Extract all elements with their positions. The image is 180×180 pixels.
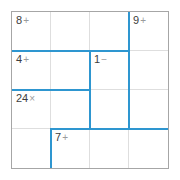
cage-clue-7: 7+ [55,131,68,144]
cage-operator: + [23,54,29,65]
cage-clue-1: 1− [94,53,107,66]
cage-clue-24: 24× [16,92,35,105]
cell-r2c4[interactable] [129,51,168,90]
cell-r2c3[interactable]: 1− [90,51,129,90]
cell-r4c2[interactable]: 7+ [51,129,90,168]
cell-r3c4[interactable] [129,90,168,129]
cell-r2c1[interactable]: 4+ [12,51,51,90]
cage-target-value: 8 [16,14,22,26]
cage-clue-8: 8+ [16,14,29,27]
kenken-board: 8+9+4+1−24×7+ [11,11,169,169]
cage-target-value: 4 [16,53,22,65]
cell-r1c2[interactable] [51,12,90,51]
cage-operator: + [62,132,68,143]
kenken-grid: 8+9+4+1−24×7+ [12,12,168,168]
cage-clue-9: 9+ [133,14,146,27]
cell-r1c4[interactable]: 9+ [129,12,168,51]
cell-r4c4[interactable] [129,129,168,168]
cell-r1c3[interactable] [90,12,129,51]
cell-r4c3[interactable] [90,129,129,168]
cage-operator: × [29,93,35,104]
cage-operator: + [140,15,146,26]
cage-target-value: 9 [133,14,139,26]
cage-target-value: 1 [94,53,100,65]
cell-r4c1[interactable] [12,129,51,168]
cage-operator: − [101,54,107,65]
cell-r2c2[interactable] [51,51,90,90]
page: 8+9+4+1−24×7+ [0,0,180,180]
cell-r3c1[interactable]: 24× [12,90,51,129]
cage-operator: + [23,15,29,26]
cage-clue-4: 4+ [16,53,29,66]
cage-target-value: 24 [16,92,28,104]
cell-r3c3[interactable] [90,90,129,129]
cage-target-value: 7 [55,131,61,143]
cell-r1c1[interactable]: 8+ [12,12,51,51]
cell-r3c2[interactable] [51,90,90,129]
